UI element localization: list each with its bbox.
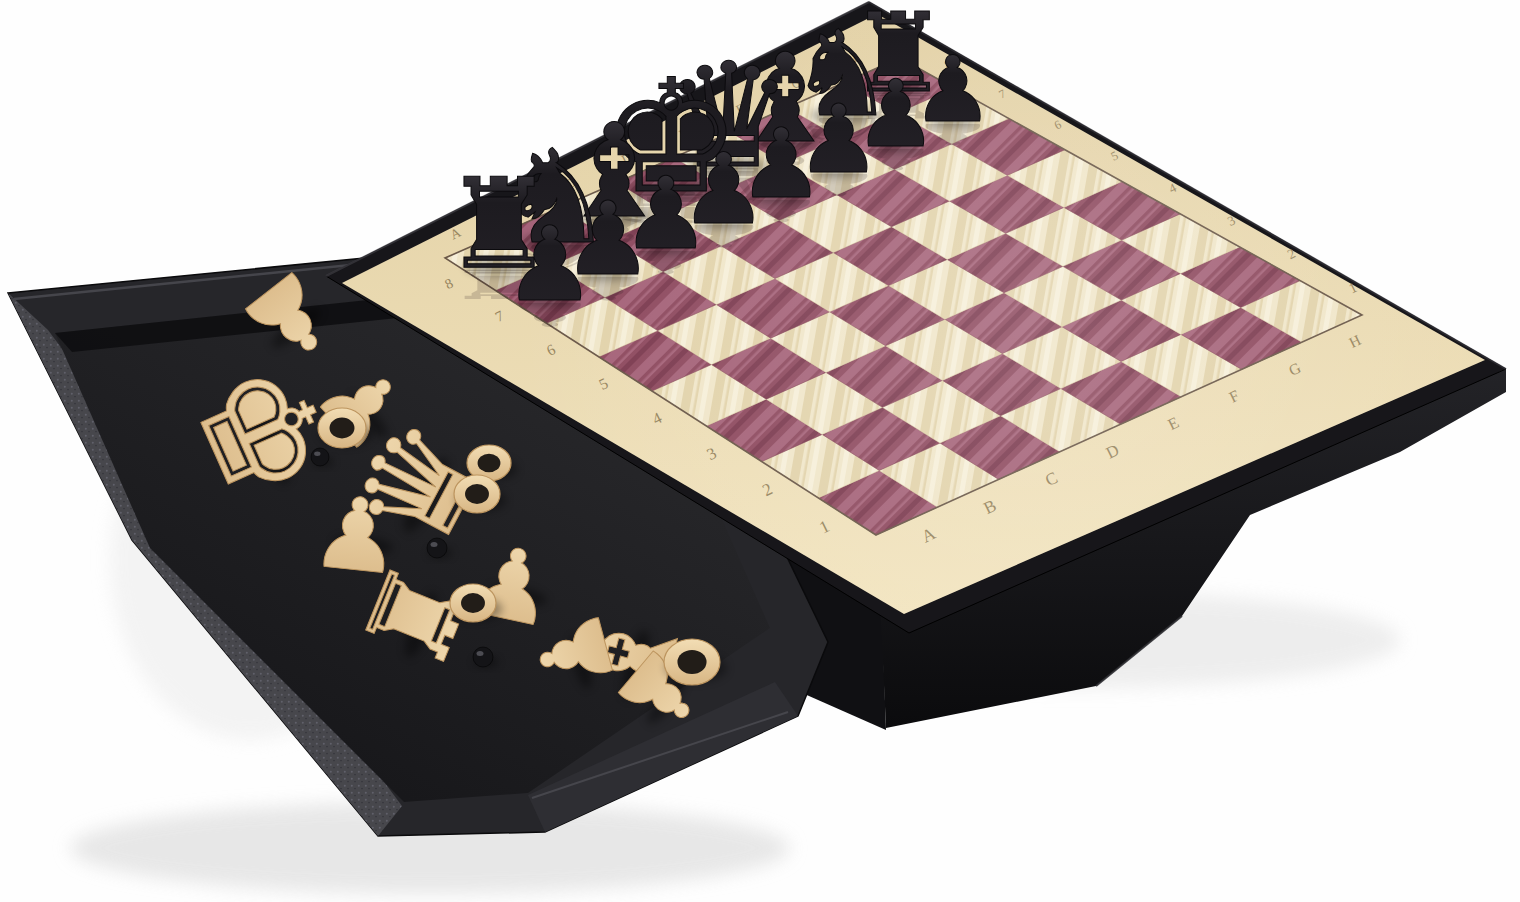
magnet-ball <box>427 538 447 558</box>
magnet-highlight <box>477 651 484 656</box>
magnet-highlight <box>314 452 320 457</box>
travel-chess-set-photo: ♟♚♟♛♟♜♟♝♟♟AABBCCDDEEFFGGHH11223344556677… <box>0 0 1520 902</box>
magnet-ball <box>473 647 493 667</box>
magnet-ball <box>311 448 329 466</box>
piece-base-magnet-hole <box>478 454 501 473</box>
piece-base-magnet-hole <box>465 484 489 504</box>
black-pawn-a7: ♟ <box>504 204 597 324</box>
piece-base-magnet-hole <box>677 650 706 674</box>
piece-base-magnet-hole <box>461 593 485 613</box>
piece-base-magnet-hole <box>330 418 355 439</box>
chess-set-scene: ♟♚♟♛♟♜♟♝♟♟AABBCCDDEEFFGGHH11223344556677… <box>0 0 1520 902</box>
magnet-highlight <box>431 542 438 547</box>
